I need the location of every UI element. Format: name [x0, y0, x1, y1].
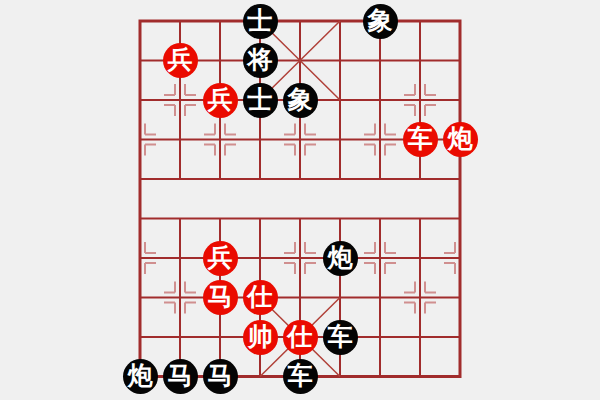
piece-black-cannon[interactable]: 炮 — [123, 359, 158, 394]
piece-glyph: 兵 — [208, 87, 233, 112]
piece-glyph: 士 — [248, 87, 273, 112]
piece-glyph: 车 — [328, 324, 353, 349]
piece-red-cannon[interactable]: 炮 — [443, 122, 478, 157]
piece-glyph: 炮 — [448, 126, 473, 151]
piece-glyph: 帅 — [248, 324, 273, 349]
piece-glyph: 仕 — [248, 284, 273, 309]
piece-black-chariot[interactable]: 车 — [283, 359, 318, 394]
piece-glyph: 马 — [208, 363, 233, 388]
piece-glyph: 马 — [168, 363, 193, 388]
piece-glyph: 仕 — [288, 324, 313, 349]
piece-glyph: 象 — [368, 8, 393, 33]
piece-red-general[interactable]: 帅 — [243, 320, 278, 355]
xiangqi-board[interactable]: 士象兵将兵士象车炮兵炮马仕帅仕车炮马马车 — [120, 1, 480, 396]
piece-glyph: 将 — [248, 47, 273, 72]
piece-glyph: 兵 — [168, 47, 193, 72]
piece-red-soldier[interactable]: 兵 — [203, 83, 238, 118]
piece-red-horse[interactable]: 马 — [203, 280, 238, 315]
piece-glyph: 炮 — [328, 245, 353, 270]
piece-red-advisor[interactable]: 仕 — [243, 280, 278, 315]
piece-glyph: 马 — [208, 284, 233, 309]
piece-glyph: 炮 — [128, 363, 153, 388]
piece-glyph: 士 — [248, 8, 273, 33]
piece-black-general[interactable]: 将 — [243, 43, 278, 78]
piece-black-horse[interactable]: 马 — [163, 359, 198, 394]
piece-black-chariot[interactable]: 车 — [323, 320, 358, 355]
piece-glyph: 象 — [288, 87, 313, 112]
piece-black-horse[interactable]: 马 — [203, 359, 238, 394]
piece-black-elephant[interactable]: 象 — [363, 4, 398, 39]
piece-black-cannon[interactable]: 炮 — [323, 241, 358, 276]
piece-glyph: 车 — [408, 126, 433, 151]
piece-red-soldier[interactable]: 兵 — [203, 241, 238, 276]
piece-black-advisor[interactable]: 士 — [243, 4, 278, 39]
piece-red-chariot[interactable]: 车 — [403, 122, 438, 157]
xiangqi-app-canvas: 士象兵将兵士象车炮兵炮马仕帅仕车炮马马车 — [0, 0, 600, 400]
piece-glyph: 兵 — [208, 245, 233, 270]
piece-black-advisor[interactable]: 士 — [243, 83, 278, 118]
piece-red-advisor[interactable]: 仕 — [283, 320, 318, 355]
piece-red-soldier[interactable]: 兵 — [163, 43, 198, 78]
piece-black-elephant[interactable]: 象 — [283, 83, 318, 118]
piece-glyph: 车 — [288, 363, 313, 388]
